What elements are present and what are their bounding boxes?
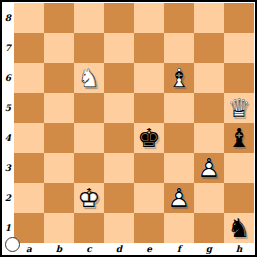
square-d8[interactable] bbox=[104, 3, 134, 33]
square-d6[interactable] bbox=[104, 63, 134, 93]
square-a2[interactable] bbox=[14, 183, 44, 213]
file-labels: abcdefgh bbox=[14, 243, 254, 255]
file-label-h: h bbox=[224, 243, 254, 255]
square-h5[interactable]: ♛♕ bbox=[224, 93, 254, 123]
square-g1[interactable] bbox=[194, 213, 224, 243]
square-b4[interactable] bbox=[44, 123, 74, 153]
square-f6[interactable]: ♝♗ bbox=[164, 63, 194, 93]
white-pawn-fill: ♟ bbox=[164, 183, 194, 213]
square-c4[interactable] bbox=[74, 123, 104, 153]
square-g6[interactable] bbox=[194, 63, 224, 93]
square-a3[interactable] bbox=[14, 153, 44, 183]
square-h8[interactable] bbox=[224, 3, 254, 33]
rank-label-6: 6 bbox=[2, 63, 14, 93]
square-f8[interactable] bbox=[164, 3, 194, 33]
white-queen-fill: ♛ bbox=[224, 93, 254, 123]
square-b6[interactable] bbox=[44, 63, 74, 93]
square-g7[interactable] bbox=[194, 33, 224, 63]
white-pawn-fill: ♟ bbox=[194, 153, 224, 183]
white-knight-fill: ♞ bbox=[74, 63, 104, 93]
white-king-fill: ♚ bbox=[74, 183, 104, 213]
square-c5[interactable] bbox=[74, 93, 104, 123]
chess-diagram: 87654321 ♞♘♝♗♛♕♚♝♟♙♚♔♟♙♞ abcdefgh bbox=[0, 0, 257, 257]
white-pawn[interactable]: ♙ bbox=[194, 153, 224, 183]
square-c6[interactable]: ♞♘ bbox=[74, 63, 104, 93]
file-label-g: g bbox=[194, 243, 224, 255]
rank-label-2: 2 bbox=[2, 183, 14, 213]
square-h7[interactable] bbox=[224, 33, 254, 63]
square-a8[interactable] bbox=[14, 3, 44, 33]
square-f3[interactable] bbox=[164, 153, 194, 183]
square-b3[interactable] bbox=[44, 153, 74, 183]
square-e8[interactable] bbox=[134, 3, 164, 33]
square-b2[interactable] bbox=[44, 183, 74, 213]
square-a1[interactable] bbox=[14, 213, 44, 243]
white-bishop[interactable]: ♗ bbox=[164, 63, 194, 93]
square-a5[interactable] bbox=[14, 93, 44, 123]
rank-label-5: 5 bbox=[2, 93, 14, 123]
square-g5[interactable] bbox=[194, 93, 224, 123]
file-label-f: f bbox=[164, 243, 194, 255]
white-bishop-fill: ♝ bbox=[164, 63, 194, 93]
white-knight[interactable]: ♘ bbox=[74, 63, 104, 93]
square-g2[interactable] bbox=[194, 183, 224, 213]
rank-labels: 87654321 bbox=[2, 3, 14, 243]
square-h4[interactable]: ♝ bbox=[224, 123, 254, 153]
board: ♞♘♝♗♛♕♚♝♟♙♚♔♟♙♞ bbox=[14, 3, 254, 243]
square-f1[interactable] bbox=[164, 213, 194, 243]
square-b7[interactable] bbox=[44, 33, 74, 63]
white-pawn[interactable]: ♙ bbox=[164, 183, 194, 213]
square-h1[interactable]: ♞ bbox=[224, 213, 254, 243]
square-a6[interactable] bbox=[14, 63, 44, 93]
rank-label-3: 3 bbox=[2, 153, 14, 183]
square-e3[interactable] bbox=[134, 153, 164, 183]
file-label-e: e bbox=[134, 243, 164, 255]
black-king[interactable]: ♚ bbox=[134, 123, 164, 153]
square-c7[interactable] bbox=[74, 33, 104, 63]
square-c2[interactable]: ♚♔ bbox=[74, 183, 104, 213]
square-c1[interactable] bbox=[74, 213, 104, 243]
turn-indicator-white-to-move bbox=[5, 237, 20, 252]
square-e7[interactable] bbox=[134, 33, 164, 63]
square-g8[interactable] bbox=[194, 3, 224, 33]
square-h2[interactable] bbox=[224, 183, 254, 213]
square-f4[interactable] bbox=[164, 123, 194, 153]
square-d7[interactable] bbox=[104, 33, 134, 63]
square-c3[interactable] bbox=[74, 153, 104, 183]
rank-label-7: 7 bbox=[2, 33, 14, 63]
square-d1[interactable] bbox=[104, 213, 134, 243]
square-e4[interactable]: ♚ bbox=[134, 123, 164, 153]
square-d5[interactable] bbox=[104, 93, 134, 123]
file-label-b: b bbox=[44, 243, 74, 255]
rank-label-8: 8 bbox=[2, 3, 14, 33]
square-e5[interactable] bbox=[134, 93, 164, 123]
square-f7[interactable] bbox=[164, 33, 194, 63]
file-label-d: d bbox=[104, 243, 134, 255]
square-b8[interactable] bbox=[44, 3, 74, 33]
rank-label-4: 4 bbox=[2, 123, 14, 153]
square-a7[interactable] bbox=[14, 33, 44, 63]
square-h3[interactable] bbox=[224, 153, 254, 183]
white-queen[interactable]: ♕ bbox=[224, 93, 254, 123]
square-c8[interactable] bbox=[74, 3, 104, 33]
square-e6[interactable] bbox=[134, 63, 164, 93]
white-king[interactable]: ♔ bbox=[74, 183, 104, 213]
square-a4[interactable] bbox=[14, 123, 44, 153]
black-bishop[interactable]: ♝ bbox=[224, 123, 254, 153]
square-d4[interactable] bbox=[104, 123, 134, 153]
square-g4[interactable] bbox=[194, 123, 224, 153]
square-e2[interactable] bbox=[134, 183, 164, 213]
black-knight[interactable]: ♞ bbox=[224, 213, 254, 243]
square-b1[interactable] bbox=[44, 213, 74, 243]
square-d3[interactable] bbox=[104, 153, 134, 183]
square-f2[interactable]: ♟♙ bbox=[164, 183, 194, 213]
square-d2[interactable] bbox=[104, 183, 134, 213]
square-h6[interactable] bbox=[224, 63, 254, 93]
square-b5[interactable] bbox=[44, 93, 74, 123]
square-g3[interactable]: ♟♙ bbox=[194, 153, 224, 183]
square-f5[interactable] bbox=[164, 93, 194, 123]
file-label-c: c bbox=[74, 243, 104, 255]
square-e1[interactable] bbox=[134, 213, 164, 243]
